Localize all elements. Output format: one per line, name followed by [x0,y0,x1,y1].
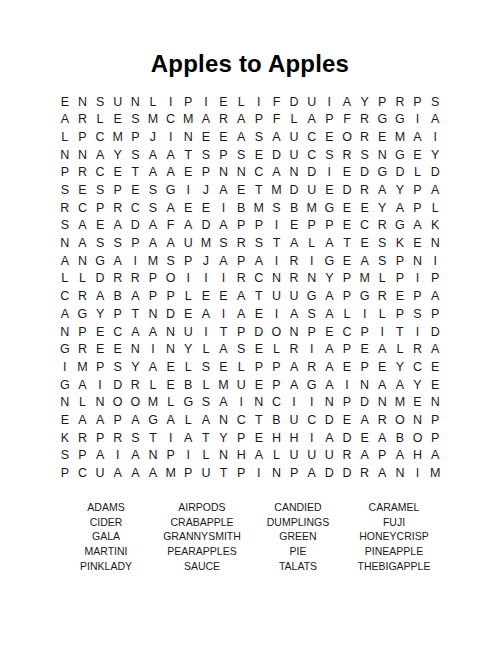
grid-cell-r10c17: E [338,252,356,270]
grid-cell-r15c16: A [321,341,339,359]
grid-cell-r5c3: C [91,164,109,182]
grid-cell-r8c5: D [127,217,145,235]
grid-cell-r3c22: I [426,128,444,146]
grid-cell-r5c17: E [338,164,356,182]
grid-cell-r5c6: A [144,164,162,182]
grid-cell-r10c8: P [179,252,197,270]
grid-cell-r16c8: L [179,358,197,376]
grid-cell-r9c4: S [109,235,127,253]
grid-cell-r14c3: E [91,323,109,341]
grid-cell-r7c21: P [409,199,427,217]
grid-cell-r13c16: A [321,305,339,323]
grid-cell-r4c2: N [74,146,92,164]
grid-cell-r8c21: A [409,217,427,235]
grid-cell-r19c7: A [162,411,180,429]
word-list-item: HONEYCRISP [346,529,442,544]
grid-cell-r19c2: A [74,411,92,429]
grid-cell-r5c11: N [232,164,250,182]
grid-cell-r13c4: P [109,305,127,323]
grid-cell-r10c14: R [285,252,303,270]
grid-cell-r19c21: N [409,411,427,429]
grid-cell-r8c12: P [250,217,268,235]
grid-cell-r18c22: N [426,394,444,412]
grid-cell-r17c4: D [109,376,127,394]
grid-cell-r19c9: A [197,411,215,429]
grid-cell-r3c5: P [127,128,145,146]
grid-cell-r1c19: P [373,93,391,111]
grid-cell-r11c13: N [268,270,286,288]
grid-cell-r2c7: C [162,111,180,129]
grid-cell-r12c8: L [179,288,197,306]
grid-cell-r16c16: A [321,358,339,376]
grid-cell-r2c10: R [215,111,233,129]
grid-cell-r4c7: A [162,146,180,164]
grid-cell-r8c22: K [426,217,444,235]
grid-cell-r5c14: N [285,164,303,182]
grid-cell-r12c14: U [285,288,303,306]
grid-cell-r10c21: N [409,252,427,270]
grid-cell-r11c16: Y [321,270,339,288]
grid-cell-r4c16: S [321,146,339,164]
grid-cell-r19c12: T [250,411,268,429]
grid-cell-r17c18: N [356,376,374,394]
grid-cell-r3c16: E [321,128,339,146]
grid-cell-r5c15: D [303,164,321,182]
grid-cell-r6c22: A [426,181,444,199]
grid-cell-r8c2: A [74,217,92,235]
grid-cell-r6c8: I [179,181,197,199]
grid-cell-r14c22: D [426,323,444,341]
grid-cell-r13c3: Y [91,305,109,323]
grid-cell-r13c5: T [127,305,145,323]
grid-cell-r9c15: L [303,235,321,253]
grid-cell-r3c7: I [162,128,180,146]
grid-cell-r1c13: F [268,93,286,111]
grid-cell-r12c19: R [373,288,391,306]
grid-cell-r22c20: N [391,464,409,482]
grid-cell-r12c9: E [197,288,215,306]
word-list-item: PIE [250,544,346,559]
grid-cell-r13c12: E [250,305,268,323]
grid-cell-r18c8: G [179,394,197,412]
grid-cell-r10c6: M [144,252,162,270]
grid-cell-r20c20: B [391,429,409,447]
grid-cell-r10c10: A [215,252,233,270]
grid-cell-r8c14: E [285,217,303,235]
grid-cell-r12c13: U [268,288,286,306]
grid-cell-r9c9: M [197,235,215,253]
grid-cell-r16c9: S [197,358,215,376]
grid-cell-r22c7: M [162,464,180,482]
grid-cell-r11c3: D [91,270,109,288]
grid-cell-r12c11: A [232,288,250,306]
grid-cell-r4c14: U [285,146,303,164]
grid-cell-r17c2: A [74,376,92,394]
word-list: ADAMSAIRPODSCANDIEDCARAMELCIDERCRABAPPLE… [58,500,442,573]
grid-cell-r5c7: A [162,164,180,182]
grid-cell-r13c10: I [215,305,233,323]
grid-cell-r8c15: P [303,217,321,235]
grid-cell-r16c11: L [232,358,250,376]
grid-cell-r3c1: L [56,128,74,146]
grid-cell-r14c19: I [373,323,391,341]
grid-cell-r5c18: D [356,164,374,182]
grid-cell-r9c22: N [426,235,444,253]
grid-cell-r11c18: M [356,270,374,288]
grid-cell-r12c10: E [215,288,233,306]
grid-cell-r6c14: D [285,181,303,199]
grid-cell-r11c22: P [426,270,444,288]
grid-cell-r21c14: U [285,447,303,465]
grid-cell-r20c15: I [303,429,321,447]
grid-cell-r5c1: P [56,164,74,182]
puzzle-page: Apples to Apples ENSUNLIPIELIFDUIAYPRPSA… [0,0,500,647]
grid-cell-r15c6: I [144,341,162,359]
word-list-item: CARAMEL [346,500,442,515]
grid-cell-r18c12: N [250,394,268,412]
word-list-item: PEARAPPLES [154,544,250,559]
grid-cell-r13c18: I [356,305,374,323]
grid-cell-r6c15: U [303,181,321,199]
grid-cell-r13c17: L [338,305,356,323]
grid-cell-r4c19: N [373,146,391,164]
grid-cell-r21c20: A [391,447,409,465]
grid-cell-r12c15: G [303,288,321,306]
grid-cell-r17c20: A [391,376,409,394]
grid-cell-r21c7: P [162,447,180,465]
grid-cell-r1c15: U [303,93,321,111]
grid-cell-r11c21: I [409,270,427,288]
grid-cell-r15c15: I [303,341,321,359]
grid-cell-r7c14: B [285,199,303,217]
grid-cell-r19c11: C [232,411,250,429]
grid-cell-r11c12: C [250,270,268,288]
grid-cell-r2c16: P [321,111,339,129]
grid-cell-r17c1: G [56,376,74,394]
grid-cell-r9c14: A [285,235,303,253]
grid-cell-r19c17: E [338,411,356,429]
grid-cell-r14c13: O [268,323,286,341]
grid-cell-r12c20: E [391,288,409,306]
grid-cell-r6c7: G [162,181,180,199]
grid-cell-r2c18: R [356,111,374,129]
grid-cell-r11c19: L [373,270,391,288]
grid-cell-r14c8: U [179,323,197,341]
grid-cell-r11c11: R [232,270,250,288]
grid-cell-r5c9: P [197,164,215,182]
grid-cell-r9c20: K [391,235,409,253]
grid-cell-r20c7: I [162,429,180,447]
grid-cell-r1c11: L [232,93,250,111]
grid-cell-r22c12: I [250,464,268,482]
grid-cell-r22c10: T [215,464,233,482]
word-list-item: PINEAPPLE [346,544,442,559]
grid-cell-r19c19: R [373,411,391,429]
grid-cell-r17c17: I [338,376,356,394]
grid-cell-r16c12: P [250,358,268,376]
grid-cell-r17c22: E [426,376,444,394]
grid-cell-r12c17: P [338,288,356,306]
grid-cell-r4c21: E [409,146,427,164]
grid-cell-r15c5: N [127,341,145,359]
grid-cell-r13c9: A [197,305,215,323]
grid-cell-r15c22: A [426,341,444,359]
grid-cell-r18c2: L [74,394,92,412]
grid-cell-r6c4: P [109,181,127,199]
grid-cell-r8c3: E [91,217,109,235]
grid-cell-r9c19: S [373,235,391,253]
grid-cell-r9c3: S [91,235,109,253]
grid-cell-r10c13: I [268,252,286,270]
word-list-item: GRANNYSMITH [154,529,250,544]
grid-cell-r18c15: I [303,394,321,412]
grid-cell-r8c16: P [321,217,339,235]
grid-cell-r16c7: E [162,358,180,376]
grid-cell-r4c8: T [179,146,197,164]
grid-cell-r8c13: I [268,217,286,235]
grid-cell-r19c6: G [144,411,162,429]
grid-cell-r19c1: E [56,411,74,429]
grid-cell-r17c15: G [303,376,321,394]
grid-cell-r12c6: P [144,288,162,306]
grid-cell-r3c14: U [285,128,303,146]
grid-cell-r20c5: S [127,429,145,447]
grid-cell-r9c7: A [162,235,180,253]
grid-cell-r21c16: U [321,447,339,465]
grid-cell-r10c11: P [232,252,250,270]
grid-cell-r12c4: B [109,288,127,306]
grid-cell-r5c20: D [391,164,409,182]
grid-cell-r6c5: E [127,181,145,199]
grid-cell-r12c21: P [409,288,427,306]
grid-cell-r2c5: S [127,111,145,129]
grid-cell-r19c8: L [179,411,197,429]
grid-cell-r12c22: A [426,288,444,306]
grid-cell-r6c9: J [197,181,215,199]
grid-cell-r3c9: E [197,128,215,146]
word-list-item: FUJI [346,515,442,530]
grid-cell-r21c6: N [144,447,162,465]
grid-cell-r10c20: P [391,252,409,270]
grid-cell-r11c14: R [285,270,303,288]
grid-cell-r2c15: A [303,111,321,129]
grid-cell-r7c5: C [127,199,145,217]
grid-cell-r15c11: S [232,341,250,359]
grid-cell-r21c22: A [426,447,444,465]
word-list-item: GALA [58,529,154,544]
grid-cell-r9c5: P [127,235,145,253]
grid-cell-r20c8: A [179,429,197,447]
grid-cell-r3c2: P [74,128,92,146]
grid-cell-r18c21: E [409,394,427,412]
grid-cell-r10c15: I [303,252,321,270]
grid-cell-r16c14: A [285,358,303,376]
grid-cell-r1c16: I [321,93,339,111]
grid-cell-r17c6: L [144,376,162,394]
grid-cell-r12c2: R [74,288,92,306]
grid-cell-r4c5: S [127,146,145,164]
grid-cell-r4c13: D [268,146,286,164]
grid-cell-r22c16: D [321,464,339,482]
grid-cell-r15c2: R [74,341,92,359]
grid-cell-r1c6: L [144,93,162,111]
grid-cell-r10c19: S [373,252,391,270]
grid-cell-r7c11: B [232,199,250,217]
grid-cell-r2c2: R [74,111,92,129]
grid-cell-r20c11: P [232,429,250,447]
grid-cell-r14c11: P [232,323,250,341]
grid-cell-r6c1: S [56,181,74,199]
grid-cell-r9c18: E [356,235,374,253]
grid-cell-r11c20: P [391,270,409,288]
grid-cell-r6c19: A [373,181,391,199]
grid-cell-r7c16: G [321,199,339,217]
grid-cell-r14c6: A [144,323,162,341]
grid-cell-r7c3: P [91,199,109,217]
grid-cell-r5c10: N [215,164,233,182]
grid-cell-r11c17: P [338,270,356,288]
grid-cell-r15c18: E [356,341,374,359]
grid-cell-r19c15: C [303,411,321,429]
grid-cell-r17c14: A [285,376,303,394]
grid-cell-r16c10: E [215,358,233,376]
grid-cell-r4c6: A [144,146,162,164]
grid-cell-r15c4: E [109,341,127,359]
grid-cell-r21c17: R [338,447,356,465]
grid-cell-r8c8: A [179,217,197,235]
grid-cell-r3c19: E [373,128,391,146]
grid-cell-r7c4: R [109,199,127,217]
grid-cell-r8c7: F [162,217,180,235]
grid-cell-r5c2: R [74,164,92,182]
grid-cell-r16c13: P [268,358,286,376]
grid-cell-r6c18: R [356,181,374,199]
grid-cell-r13c22: P [426,305,444,323]
grid-cell-r15c13: L [268,341,286,359]
grid-cell-r2c9: A [197,111,215,129]
grid-cell-r15c17: P [338,341,356,359]
grid-cell-r3c3: C [91,128,109,146]
grid-cell-r11c1: L [56,270,74,288]
grid-cell-r13c13: I [268,305,286,323]
grid-cell-r16c18: P [356,358,374,376]
grid-cell-r18c11: I [232,394,250,412]
grid-cell-r21c18: A [356,447,374,465]
grid-cell-r7c8: E [179,199,197,217]
grid-cell-r22c22: M [426,464,444,482]
grid-cell-r20c14: H [285,429,303,447]
grid-cell-r2c21: I [409,111,427,129]
grid-cell-r13c15: S [303,305,321,323]
grid-cell-r1c9: I [197,93,215,111]
grid-cell-r11c7: O [162,270,180,288]
grid-cell-r13c1: A [56,305,74,323]
grid-cell-r2c12: P [250,111,268,129]
grid-cell-r5c19: G [373,164,391,182]
grid-cell-r6c3: S [91,181,109,199]
grid-cell-r17c10: M [215,376,233,394]
grid-cell-r6c20: Y [391,181,409,199]
grid-cell-r18c18: D [356,394,374,412]
grid-cell-r10c1: A [56,252,74,270]
grid-cell-r10c4: A [109,252,127,270]
grid-cell-r14c1: N [56,323,74,341]
grid-cell-r6c13: M [268,181,286,199]
grid-cell-r3c10: E [215,128,233,146]
grid-cell-r6c10: A [215,181,233,199]
grid-cell-r5c4: E [109,164,127,182]
grid-cell-r1c2: N [74,93,92,111]
grid-cell-r14c17: C [338,323,356,341]
grid-cell-r1c1: E [56,93,74,111]
grid-cell-r22c19: A [373,464,391,482]
grid-cell-r21c4: I [109,447,127,465]
grid-cell-r18c4: O [109,394,127,412]
grid-cell-r22c1: P [56,464,74,482]
grid-cell-r8c6: A [144,217,162,235]
grid-cell-r17c12: E [250,376,268,394]
grid-cell-r9c16: A [321,235,339,253]
grid-cell-r4c12: E [250,146,268,164]
grid-cell-r15c12: E [250,341,268,359]
grid-cell-r4c11: S [232,146,250,164]
grid-cell-r7c7: A [162,199,180,217]
grid-cell-r1c8: P [179,93,197,111]
grid-cell-r1c20: R [391,93,409,111]
grid-cell-r14c12: D [250,323,268,341]
grid-cell-r16c4: S [109,358,127,376]
grid-cell-r10c22: I [426,252,444,270]
grid-cell-r8c10: A [215,217,233,235]
grid-cell-r20c16: A [321,429,339,447]
grid-cell-r22c11: P [232,464,250,482]
grid-cell-r2c13: F [268,111,286,129]
grid-cell-r8c4: A [109,217,127,235]
grid-cell-r7c9: E [197,199,215,217]
grid-cell-r13c2: G [74,305,92,323]
grid-cell-r17c21: Y [409,376,427,394]
grid-cell-r13c7: D [162,305,180,323]
grid-cell-r19c5: A [127,411,145,429]
grid-cell-r16c5: Y [127,358,145,376]
grid-cell-r13c19: L [373,305,391,323]
word-list-item: DUMPLINGS [250,515,346,530]
grid-cell-r17c16: A [321,376,339,394]
grid-cell-r11c9: I [197,270,215,288]
grid-cell-r1c22: S [426,93,444,111]
grid-cell-r14c16: E [321,323,339,341]
grid-cell-r7c18: E [356,199,374,217]
grid-cell-r21c19: P [373,447,391,465]
grid-cell-r19c20: O [391,411,409,429]
grid-cell-r10c7: S [162,252,180,270]
grid-cell-r4c18: S [356,146,374,164]
grid-cell-r4c22: Y [426,146,444,164]
grid-cell-r15c19: A [373,341,391,359]
grid-cell-r3c15: C [303,128,321,146]
word-list-item: ADAMS [58,500,154,515]
grid-cell-r13c21: S [409,305,427,323]
grid-cell-r18c10: A [215,394,233,412]
grid-cell-r3c8: N [179,128,197,146]
grid-cell-r8c18: C [356,217,374,235]
word-list-item: TALATS [250,559,346,574]
grid-cell-r21c5: A [127,447,145,465]
grid-cell-r7c12: M [250,199,268,217]
grid-cell-r10c16: G [321,252,339,270]
grid-cell-r1c12: I [250,93,268,111]
word-list-item: CIDER [58,515,154,530]
